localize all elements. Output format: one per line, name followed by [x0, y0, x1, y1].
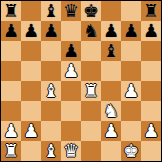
square-h3[interactable] [141, 101, 161, 121]
square-e7[interactable]: ♞ [81, 21, 101, 41]
piece-black-pawn[interactable]: ♟ [123, 21, 139, 41]
square-h8[interactable]: ♜ [141, 1, 161, 21]
square-e8[interactable]: ♚ [81, 1, 101, 21]
square-f6[interactable]: ♝ [101, 41, 121, 61]
piece-black-rook[interactable]: ♜ [143, 1, 159, 21]
square-d1[interactable]: ♛ [61, 141, 81, 161]
square-e6[interactable] [81, 41, 101, 61]
square-d3[interactable] [61, 101, 81, 121]
piece-black-bishop[interactable]: ♝ [43, 1, 59, 21]
piece-black-pawn[interactable]: ♟ [143, 21, 159, 41]
piece-white-pawn[interactable]: ♟ [3, 121, 19, 141]
piece-white-bishop[interactable]: ♝ [43, 81, 59, 101]
square-b8[interactable] [21, 1, 41, 21]
square-e4[interactable]: ♜ [81, 81, 101, 101]
square-f7[interactable]: ♟ [101, 21, 121, 41]
square-c8[interactable]: ♝ [41, 1, 61, 21]
piece-white-king[interactable]: ♚ [123, 141, 139, 161]
square-b7[interactable]: ♟ [21, 21, 41, 41]
piece-black-knight[interactable]: ♞ [83, 21, 99, 41]
square-g1[interactable]: ♚ [121, 141, 141, 161]
square-a2[interactable]: ♟ [1, 121, 21, 141]
square-b2[interactable]: ♟ [21, 121, 41, 141]
square-b5[interactable] [21, 61, 41, 81]
piece-white-pawn[interactable]: ♟ [103, 121, 119, 141]
piece-black-queen[interactable]: ♛ [63, 1, 79, 21]
piece-white-rook[interactable]: ♜ [83, 81, 99, 101]
square-c4[interactable]: ♝ [41, 81, 61, 101]
piece-white-pawn[interactable]: ♟ [23, 121, 39, 141]
square-g2[interactable] [121, 121, 141, 141]
square-a5[interactable] [1, 61, 21, 81]
piece-black-pawn[interactable]: ♟ [3, 21, 19, 41]
square-d5[interactable]: ♟ [61, 61, 81, 81]
square-a4[interactable] [1, 81, 21, 101]
square-c6[interactable] [41, 41, 61, 61]
square-g7[interactable]: ♟ [121, 21, 141, 41]
square-f4[interactable] [101, 81, 121, 101]
square-h1[interactable] [141, 141, 161, 161]
piece-black-king[interactable]: ♚ [83, 1, 99, 21]
square-g6[interactable] [121, 41, 141, 61]
square-e5[interactable] [81, 61, 101, 81]
square-g4[interactable]: ♟ [121, 81, 141, 101]
square-d2[interactable] [61, 121, 81, 141]
piece-white-pawn[interactable]: ♟ [63, 61, 79, 81]
square-b4[interactable] [21, 81, 41, 101]
piece-white-bishop[interactable]: ♝ [43, 141, 59, 161]
square-d4[interactable] [61, 81, 81, 101]
square-a1[interactable]: ♜ [1, 141, 21, 161]
square-f3[interactable]: ♞ [101, 101, 121, 121]
square-f1[interactable] [101, 141, 121, 161]
square-f8[interactable] [101, 1, 121, 21]
square-f2[interactable]: ♟ [101, 121, 121, 141]
square-f5[interactable] [101, 61, 121, 81]
piece-white-pawn[interactable]: ♟ [123, 81, 139, 101]
square-h5[interactable] [141, 61, 161, 81]
piece-white-queen[interactable]: ♛ [63, 141, 79, 161]
square-d7[interactable] [61, 21, 81, 41]
square-b6[interactable] [21, 41, 41, 61]
piece-white-rook[interactable]: ♜ [3, 141, 19, 161]
square-c7[interactable]: ♟ [41, 21, 61, 41]
square-h2[interactable]: ♟ [141, 121, 161, 141]
square-h6[interactable] [141, 41, 161, 61]
piece-white-pawn[interactable]: ♟ [143, 121, 159, 141]
piece-black-rook[interactable]: ♜ [3, 1, 19, 21]
square-g3[interactable] [121, 101, 141, 121]
chess-board: ♜♝♛♚♜♟♟♟♞♟♟♟♟♝♟♝♜♟♞♟♟♟♟♜♝♛♚ [0, 0, 162, 162]
square-e3[interactable] [81, 101, 101, 121]
square-b1[interactable] [21, 141, 41, 161]
piece-black-pawn[interactable]: ♟ [103, 21, 119, 41]
square-c3[interactable] [41, 101, 61, 121]
square-h4[interactable] [141, 81, 161, 101]
square-d8[interactable]: ♛ [61, 1, 81, 21]
square-a7[interactable]: ♟ [1, 21, 21, 41]
piece-black-pawn[interactable]: ♟ [23, 21, 39, 41]
square-c1[interactable]: ♝ [41, 141, 61, 161]
square-h7[interactable]: ♟ [141, 21, 161, 41]
piece-black-pawn[interactable]: ♟ [43, 21, 59, 41]
square-g5[interactable] [121, 61, 141, 81]
square-d6[interactable]: ♟ [61, 41, 81, 61]
square-a6[interactable] [1, 41, 21, 61]
square-e2[interactable] [81, 121, 101, 141]
square-a3[interactable] [1, 101, 21, 121]
square-c5[interactable] [41, 61, 61, 81]
square-g8[interactable] [121, 1, 141, 21]
square-b3[interactable] [21, 101, 41, 121]
piece-black-pawn[interactable]: ♟ [63, 41, 79, 61]
piece-black-bishop[interactable]: ♝ [103, 41, 119, 61]
piece-white-knight[interactable]: ♞ [103, 101, 119, 121]
square-e1[interactable] [81, 141, 101, 161]
square-a8[interactable]: ♜ [1, 1, 21, 21]
square-c2[interactable] [41, 121, 61, 141]
